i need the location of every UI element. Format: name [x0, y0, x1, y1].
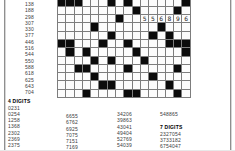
empty-cell[interactable] [182, 23, 189, 30]
empty-cell[interactable] [174, 23, 181, 30]
empty-cell[interactable] [133, 0, 140, 6]
black-cell [58, 40, 65, 47]
left-panel-border-highlight [5, 0, 6, 150]
empty-cell[interactable] [149, 7, 156, 14]
clue-list-3-digits: 1381882983073303774465165445505886186256… [25, 1, 34, 95]
empty-cell[interactable] [91, 15, 98, 22]
empty-cell[interactable] [174, 48, 181, 55]
empty-cell[interactable] [108, 48, 115, 55]
clue-number[interactable]: 625 [25, 77, 34, 83]
empty-cell[interactable] [141, 65, 148, 72]
black-cell [66, 40, 73, 47]
empty-cell[interactable] [124, 73, 131, 80]
empty-cell[interactable] [99, 73, 106, 80]
empty-cell[interactable] [83, 15, 90, 22]
empty-cell[interactable] [116, 32, 123, 39]
empty-cell[interactable] [158, 57, 165, 64]
empty-cell[interactable] [116, 48, 123, 55]
black-cell [174, 7, 181, 14]
clue-number[interactable]: 548865 [160, 111, 178, 117]
empty-cell[interactable] [58, 15, 65, 22]
empty-cell[interactable] [158, 90, 165, 97]
clue-number[interactable]: 377 [25, 32, 34, 38]
empty-cell[interactable] [124, 15, 131, 22]
empty-cell[interactable] [75, 81, 82, 88]
black-cell [83, 48, 90, 55]
empty-cell[interactable] [166, 65, 173, 72]
black-cell [83, 90, 90, 97]
empty-cell[interactable] [133, 23, 140, 30]
empty-cell[interactable] [99, 90, 106, 97]
black-cell [108, 57, 115, 64]
empty-cell[interactable] [116, 23, 123, 30]
clue-list-5-digits: 34206398634304149404527695403957046 [117, 111, 132, 150]
empty-cell[interactable] [133, 73, 140, 80]
empty-cell[interactable] [174, 57, 181, 64]
empty-cell[interactable] [99, 23, 106, 30]
clue-number[interactable]: 57046 [117, 149, 132, 150]
empty-cell[interactable] [75, 73, 82, 80]
right-panel-border-highlight [231, 0, 232, 150]
clue-number[interactable]: 6925 [66, 126, 78, 132]
empty-cell[interactable] [66, 23, 73, 30]
empty-cell[interactable] [133, 81, 140, 88]
black-cell [99, 40, 106, 47]
empty-cell[interactable] [149, 81, 156, 88]
empty-cell[interactable] [141, 23, 148, 30]
empty-cell[interactable] [58, 7, 65, 14]
fill-in-grid[interactable]: 556896 [57, 0, 191, 98]
empty-cell[interactable] [158, 7, 165, 14]
empty-cell[interactable] [158, 81, 165, 88]
empty-cell[interactable] [141, 73, 148, 80]
black-cell [108, 32, 115, 39]
clue-number[interactable]: 618 [25, 70, 34, 76]
empty-cell[interactable] [58, 32, 65, 39]
empty-cell[interactable] [141, 48, 148, 55]
empty-cell[interactable] [182, 73, 189, 80]
black-cell [149, 73, 156, 80]
empty-cell[interactable] [133, 15, 140, 22]
empty-cell[interactable] [91, 90, 98, 97]
empty-cell[interactable] [133, 57, 140, 64]
empty-cell[interactable] [149, 65, 156, 72]
black-cell [75, 0, 82, 6]
empty-cell[interactable] [75, 48, 82, 55]
empty-cell[interactable] [83, 81, 90, 88]
black-cell [91, 57, 98, 64]
empty-cell[interactable] [166, 57, 173, 64]
empty-cell[interactable] [108, 73, 115, 80]
empty-cell[interactable] [66, 57, 73, 64]
empty-cell[interactable] [91, 0, 98, 6]
empty-cell[interactable] [83, 7, 90, 14]
black-cell [174, 40, 181, 47]
black-cell [124, 40, 131, 47]
empty-cell[interactable] [66, 7, 73, 14]
empty-cell[interactable] [75, 90, 82, 97]
empty-cell[interactable] [182, 81, 189, 88]
empty-cell[interactable] [108, 40, 115, 47]
black-cell [58, 0, 65, 6]
empty-cell[interactable] [133, 65, 140, 72]
empty-cell[interactable] [58, 90, 65, 97]
empty-cell[interactable] [166, 48, 173, 55]
empty-cell[interactable] [99, 65, 106, 72]
black-cell [174, 65, 181, 72]
empty-cell[interactable] [174, 0, 181, 6]
empty-cell[interactable] [91, 81, 98, 88]
empty-cell[interactable] [58, 48, 65, 55]
empty-cell[interactable] [91, 32, 98, 39]
black-cell [182, 40, 189, 47]
black-cell [166, 32, 173, 39]
empty-cell[interactable] [83, 73, 90, 80]
empty-cell[interactable] [75, 15, 82, 22]
empty-cell[interactable] [158, 48, 165, 55]
clue-number[interactable]: 0231 [8, 105, 20, 111]
empty-cell[interactable] [141, 40, 148, 47]
empty-cell[interactable] [149, 57, 156, 64]
empty-cell[interactable] [116, 40, 123, 47]
black-cell [124, 0, 131, 6]
empty-cell[interactable] [166, 23, 173, 30]
empty-cell[interactable] [75, 23, 82, 30]
empty-cell[interactable] [174, 32, 181, 39]
empty-cell[interactable] [58, 81, 65, 88]
empty-cell[interactable] [75, 7, 82, 14]
clue-number[interactable]: 39863 [117, 117, 132, 123]
empty-cell[interactable] [108, 65, 115, 72]
empty-cell[interactable] [91, 40, 98, 47]
empty-cell[interactable] [58, 57, 65, 64]
empty-cell[interactable] [166, 73, 173, 80]
empty-cell[interactable] [182, 32, 189, 39]
clue-number[interactable]: 544 [25, 51, 34, 57]
empty-cell[interactable] [158, 40, 165, 47]
empty-cell[interactable] [116, 57, 123, 64]
empty-cell[interactable] [141, 81, 148, 88]
empty-cell[interactable] [75, 40, 82, 47]
clue-number[interactable]: 43041 [117, 124, 132, 130]
black-cell [124, 65, 131, 72]
empty-cell[interactable] [133, 32, 140, 39]
empty-cell[interactable] [66, 15, 73, 22]
empty-cell[interactable] [66, 73, 73, 80]
clue-number[interactable]: 298 [25, 14, 34, 20]
empty-cell[interactable] [108, 15, 115, 22]
empty-cell[interactable] [158, 32, 165, 39]
black-cell [124, 90, 131, 97]
empty-cell[interactable] [166, 7, 173, 14]
clue-list-4-digits: 02310254125813682302236923752440 [8, 105, 20, 151]
empty-cell[interactable] [158, 65, 165, 72]
empty-cell[interactable] [182, 65, 189, 72]
empty-cell[interactable] [124, 7, 131, 14]
empty-cell[interactable] [58, 73, 65, 80]
empty-cell[interactable] [83, 40, 90, 47]
clue-header-4-digits: 4 DIGITS [8, 98, 30, 104]
empty-cell[interactable] [124, 48, 131, 55]
black-cell [91, 73, 98, 80]
digit-cell[interactable]: 8 [166, 15, 173, 22]
empty-cell[interactable] [83, 0, 90, 6]
empty-cell[interactable] [99, 48, 106, 55]
empty-cell[interactable] [116, 73, 123, 80]
black-cell [141, 57, 148, 64]
empty-cell[interactable] [124, 81, 131, 88]
digit-cell[interactable]: 9 [174, 15, 181, 22]
empty-cell[interactable] [124, 32, 131, 39]
empty-cell[interactable] [58, 65, 65, 72]
empty-cell[interactable] [149, 23, 156, 30]
empty-cell[interactable] [124, 57, 131, 64]
empty-cell[interactable] [108, 23, 115, 30]
empty-cell[interactable] [141, 90, 148, 97]
black-cell [166, 81, 173, 88]
empty-cell[interactable] [149, 48, 156, 55]
empty-cell[interactable] [174, 81, 181, 88]
empty-cell[interactable] [108, 7, 115, 14]
empty-cell[interactable] [116, 0, 123, 6]
black-cell [133, 90, 140, 97]
empty-cell[interactable] [158, 73, 165, 80]
clue-list-6-digits: 548865 [160, 111, 178, 117]
empty-cell[interactable] [75, 32, 82, 39]
empty-cell[interactable] [91, 7, 98, 14]
empty-cell[interactable] [66, 90, 73, 97]
puzzle-app-window: 1381882983073303774465165445505886186256… [0, 0, 235, 150]
empty-cell[interactable] [116, 90, 123, 97]
empty-cell[interactable] [99, 7, 106, 14]
digit-cell[interactable]: 6 [182, 15, 189, 22]
black-cell [133, 48, 140, 55]
digit-cell[interactable]: 5 [149, 15, 156, 22]
clue-list-4-digits-col2: 6655676269257075715171697248 [66, 113, 78, 150]
empty-cell[interactable] [141, 0, 148, 6]
empty-cell[interactable] [91, 48, 98, 55]
empty-cell[interactable] [182, 7, 189, 14]
black-cell [108, 81, 115, 88]
empty-cell[interactable] [149, 90, 156, 97]
clue-number[interactable]: 704 [25, 89, 34, 95]
empty-cell[interactable] [133, 40, 140, 47]
empty-cell[interactable] [83, 57, 90, 64]
empty-cell[interactable] [182, 57, 189, 64]
clue-number[interactable]: 7169 [66, 144, 78, 150]
empty-cell[interactable] [83, 32, 90, 39]
empty-cell[interactable] [149, 40, 156, 47]
empty-cell[interactable] [158, 0, 165, 6]
black-cell [99, 81, 106, 88]
clue-number[interactable]: 2375 [8, 142, 20, 148]
black-cell [108, 0, 115, 6]
empty-cell[interactable] [108, 90, 115, 97]
empty-cell[interactable] [91, 65, 98, 72]
black-cell [133, 7, 140, 14]
black-cell [174, 90, 181, 97]
empty-cell[interactable] [75, 57, 82, 64]
empty-cell[interactable] [116, 81, 123, 88]
empty-cell[interactable] [66, 81, 73, 88]
black-cell [83, 65, 90, 72]
empty-cell[interactable] [182, 90, 189, 97]
empty-cell[interactable] [116, 7, 123, 14]
empty-cell[interactable] [166, 90, 173, 97]
empty-cell[interactable] [99, 57, 106, 64]
empty-cell[interactable] [99, 15, 106, 22]
empty-cell[interactable] [116, 65, 123, 72]
empty-cell[interactable] [66, 32, 73, 39]
clue-number[interactable]: 2440 [8, 149, 20, 150]
empty-cell[interactable] [124, 23, 131, 30]
black-cell [91, 23, 98, 30]
clue-list-7-digits: 232705437331826754047 [160, 131, 181, 150]
empty-cell[interactable] [141, 7, 148, 14]
black-cell [182, 0, 189, 6]
digit-cell[interactable]: 5 [141, 15, 148, 22]
clue-number[interactable]: 6754047 [160, 143, 181, 149]
clue-number[interactable]: 2327054 [160, 131, 181, 137]
board-viewport: 556896 [57, 0, 193, 99]
black-cell [182, 48, 189, 55]
black-cell [66, 48, 73, 55]
black-cell [158, 23, 165, 30]
clue-number[interactable]: 54039 [117, 142, 132, 148]
black-cell [75, 65, 82, 72]
empty-cell[interactable] [66, 65, 73, 72]
empty-cell[interactable] [99, 0, 106, 6]
empty-cell[interactable] [149, 0, 156, 6]
black-cell [116, 15, 123, 22]
empty-cell[interactable] [141, 32, 148, 39]
empty-cell[interactable] [174, 73, 181, 80]
clue-number[interactable]: 6762 [66, 119, 78, 125]
clue-number[interactable]: 1368 [8, 123, 20, 129]
digit-cell[interactable]: 6 [158, 15, 165, 22]
clue-header-7-digits: 7 DIGITS [160, 124, 182, 130]
empty-cell[interactable] [58, 23, 65, 30]
black-cell [149, 32, 156, 39]
black-cell [66, 0, 73, 6]
empty-cell[interactable] [83, 23, 90, 30]
empty-cell[interactable] [99, 32, 106, 39]
black-cell [166, 40, 173, 47]
clue-number[interactable]: 188 [25, 7, 34, 13]
empty-cell[interactable] [166, 0, 173, 6]
